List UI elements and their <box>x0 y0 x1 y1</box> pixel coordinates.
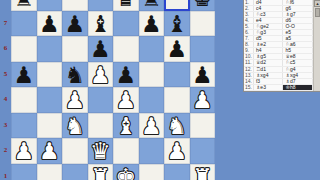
square-a8[interactable]: ♜ <box>11 0 37 11</box>
square-f5[interactable] <box>139 62 165 88</box>
square-d4[interactable] <box>88 87 114 113</box>
black-move[interactable]: a5 <box>283 36 313 41</box>
square-f4[interactable] <box>139 87 165 113</box>
square-b3[interactable] <box>37 113 63 139</box>
rank-label-column: 87654321 <box>0 0 11 180</box>
piece-white-pawn: ♟ <box>88 62 114 88</box>
piece-black-queen: ♛ <box>113 0 139 11</box>
move-list-panel: 1.d4♘f62.c4g63.♘c3♗g74.e4d65.♘ge2O-O6.♘g… <box>243 0 320 92</box>
square-b7[interactable]: ♟ <box>37 11 63 37</box>
white-move[interactable]: ♗xg4 <box>254 73 284 78</box>
piece-black-king: ♚ <box>190 0 216 11</box>
piece-white-pawn: ♟ <box>37 138 63 164</box>
square-e7[interactable] <box>113 11 139 37</box>
white-move[interactable]: c4 <box>254 6 284 11</box>
square-b8[interactable] <box>37 0 63 11</box>
square-a1[interactable] <box>11 164 37 181</box>
square-b6[interactable] <box>37 36 63 62</box>
square-h5[interactable]: ♟ <box>190 62 216 88</box>
piece-white-pawn: ♟ <box>164 138 190 164</box>
square-c5[interactable]: ♞ <box>62 62 88 88</box>
square-a2[interactable]: ♟ <box>11 138 37 164</box>
square-c7[interactable]: ♟ <box>62 11 88 37</box>
scrollbar-thumb[interactable] <box>315 8 320 17</box>
square-c6[interactable] <box>62 36 88 62</box>
square-g7[interactable]: ♝ <box>164 11 190 37</box>
square-f6[interactable] <box>139 36 165 62</box>
square-h6[interactable] <box>190 36 216 62</box>
white-move[interactable]: ♗e2 <box>254 42 284 47</box>
move-number: 12. <box>244 67 254 72</box>
square-g8-highlighted[interactable] <box>164 0 190 11</box>
square-b1[interactable] <box>37 164 63 181</box>
white-move[interactable]: e4 <box>254 18 284 23</box>
piece-white-bishop: ♝ <box>113 113 139 139</box>
piece-white-pawn: ♟ <box>190 87 216 113</box>
piece-black-bishop: ♝ <box>88 11 114 37</box>
square-d7[interactable]: ♝ <box>88 11 114 37</box>
square-g2[interactable]: ♟ <box>164 138 190 164</box>
piece-black-rook: ♜ <box>139 0 165 11</box>
white-move[interactable]: ♘ge2 <box>254 24 284 29</box>
square-f3[interactable]: ♟ <box>139 113 165 139</box>
white-move[interactable]: ♗g5 <box>254 54 284 59</box>
square-e1[interactable]: ♚ <box>113 164 139 181</box>
square-f7[interactable]: ♟ <box>139 11 165 37</box>
piece-black-rook: ♜ <box>11 0 37 11</box>
board-area: ♜♛♜♚♟♟♝♟♝♟♟♟♞♟♟♟♟♟♟♞♝♟♞♟♟♛♟♜♚♜ <box>11 0 215 180</box>
square-b2[interactable]: ♟ <box>37 138 63 164</box>
piece-black-pawn: ♟ <box>37 11 63 37</box>
piece-white-pawn: ♟ <box>113 87 139 113</box>
square-e6[interactable] <box>113 36 139 62</box>
square-g1[interactable] <box>164 164 190 181</box>
move-number: 11. <box>244 60 254 65</box>
black-move[interactable]: e5 <box>283 30 313 35</box>
rank-label: 2 <box>0 138 11 164</box>
rank-label: 6 <box>0 36 11 62</box>
piece-black-knight: ♞ <box>62 62 88 88</box>
square-e4[interactable]: ♟ <box>113 87 139 113</box>
move-list-scrollbar[interactable]: ▲ <box>313 0 320 91</box>
black-move[interactable]: ♗xg4 <box>283 73 313 78</box>
rank-label: 3 <box>0 113 11 139</box>
square-e5[interactable]: ♟ <box>113 62 139 88</box>
square-g5[interactable] <box>164 62 190 88</box>
square-c4[interactable]: ♟ <box>62 87 88 113</box>
square-f2[interactable] <box>139 138 165 164</box>
square-d6[interactable]: ♟ <box>88 36 114 62</box>
square-d3[interactable] <box>88 113 114 139</box>
piece-white-queen: ♛ <box>88 138 114 164</box>
piece-black-pawn: ♟ <box>88 36 114 62</box>
black-move[interactable]: ♗d7 <box>283 79 313 84</box>
square-h7[interactable] <box>190 11 216 37</box>
move-list: 1.d4♘f62.c4g63.♘c3♗g74.e4d65.♘ge2O-O6.♘g… <box>244 0 313 91</box>
square-e8[interactable]: ♛ <box>113 0 139 11</box>
rank-label: 5 <box>0 62 11 88</box>
square-a6[interactable] <box>11 36 37 62</box>
piece-white-knight: ♞ <box>62 113 88 139</box>
chess-app-window: 87654321 ♜♛♜♚♟♟♝♟♝♟♟♟♞♟♟♟♟♟♟♞♝♟♞♟♟♛♟♜♚♜ … <box>0 0 320 180</box>
move-row: 15.♗e3♔h8 <box>244 85 313 91</box>
piece-white-pawn: ♟ <box>11 138 37 164</box>
black-move[interactable]: ♗g7 <box>283 12 313 17</box>
square-h8[interactable]: ♚ <box>190 0 216 11</box>
square-d1[interactable]: ♜ <box>88 164 114 181</box>
square-d8[interactable] <box>88 0 114 11</box>
piece-white-pawn: ♟ <box>62 87 88 113</box>
square-f8[interactable]: ♜ <box>139 0 165 11</box>
black-move[interactable]: ♘f6 <box>283 0 313 5</box>
white-move[interactable]: ♕d2 <box>254 60 284 65</box>
square-e3[interactable]: ♝ <box>113 113 139 139</box>
black-move[interactable]: ♘g4 <box>283 67 313 72</box>
square-d2[interactable]: ♛ <box>88 138 114 164</box>
square-c8[interactable] <box>62 0 88 11</box>
square-h2[interactable] <box>190 138 216 164</box>
black-move[interactable]: g6 <box>283 6 313 11</box>
black-move-selected[interactable]: ♔h8 <box>283 85 313 90</box>
piece-white-rook: ♜ <box>88 164 114 181</box>
piece-black-pawn: ♟ <box>139 11 165 37</box>
white-move[interactable]: ♗e3 <box>254 85 284 90</box>
square-b5[interactable] <box>37 62 63 88</box>
black-move[interactable]: ♘c5 <box>283 60 313 65</box>
white-move[interactable]: h4 <box>254 48 284 53</box>
piece-white-knight: ♞ <box>164 113 190 139</box>
white-move[interactable]: f3 <box>254 79 284 84</box>
square-h3[interactable] <box>190 113 216 139</box>
scroll-up-icon[interactable]: ▲ <box>314 0 320 7</box>
rank-label: 1 <box>0 164 11 181</box>
piece-black-pawn: ♟ <box>190 62 216 88</box>
square-a7[interactable] <box>11 11 37 37</box>
rank-label: 8 <box>0 0 11 11</box>
square-g6[interactable]: ♟ <box>164 36 190 62</box>
white-move[interactable]: ♘g3 <box>254 30 284 35</box>
black-move[interactable]: d6 <box>283 18 313 23</box>
square-a5[interactable]: ♟ <box>11 62 37 88</box>
piece-white-pawn: ♟ <box>139 113 165 139</box>
square-f1[interactable] <box>139 164 165 181</box>
white-move[interactable]: ♘c3 <box>254 12 284 17</box>
piece-black-pawn: ♟ <box>164 36 190 62</box>
black-move[interactable]: ♕e8 <box>283 54 313 59</box>
square-c2[interactable] <box>62 138 88 164</box>
square-h4[interactable]: ♟ <box>190 87 216 113</box>
square-e2[interactable] <box>113 138 139 164</box>
move-number: 13. <box>244 73 254 78</box>
square-g3[interactable]: ♞ <box>164 113 190 139</box>
square-c3[interactable]: ♞ <box>62 113 88 139</box>
square-d5[interactable]: ♟ <box>88 62 114 88</box>
piece-black-pawn: ♟ <box>113 62 139 88</box>
square-c1[interactable] <box>62 164 88 181</box>
white-move[interactable]: d4 <box>254 0 284 5</box>
chess-board: ♜♛♜♚♟♟♝♟♝♟♟♟♞♟♟♟♟♟♟♞♝♟♞♟♟♛♟♜♚♜ <box>11 0 215 180</box>
move-number: 15. <box>244 85 254 90</box>
move-number: 14. <box>244 79 254 84</box>
rank-label: 4 <box>0 87 11 113</box>
square-a4[interactable] <box>11 87 37 113</box>
square-h1[interactable]: ♜ <box>190 164 216 181</box>
rank-label: 7 <box>0 11 11 37</box>
square-g4[interactable] <box>164 87 190 113</box>
piece-black-bishop: ♝ <box>164 11 190 37</box>
black-move[interactable]: h5 <box>283 48 313 53</box>
piece-white-king: ♚ <box>113 164 139 181</box>
piece-black-pawn: ♟ <box>11 62 37 88</box>
square-a3[interactable] <box>11 113 37 139</box>
black-move[interactable]: O-O <box>283 24 313 29</box>
black-move[interactable]: ♘a6 <box>283 42 313 47</box>
white-move[interactable]: d5 <box>254 36 284 41</box>
white-move[interactable]: ♖d1 <box>254 67 284 72</box>
square-b4[interactable] <box>37 87 63 113</box>
piece-black-pawn: ♟ <box>62 11 88 37</box>
piece-white-rook: ♜ <box>190 164 216 181</box>
